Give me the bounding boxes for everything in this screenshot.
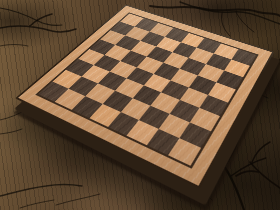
scene — [0, 0, 280, 210]
